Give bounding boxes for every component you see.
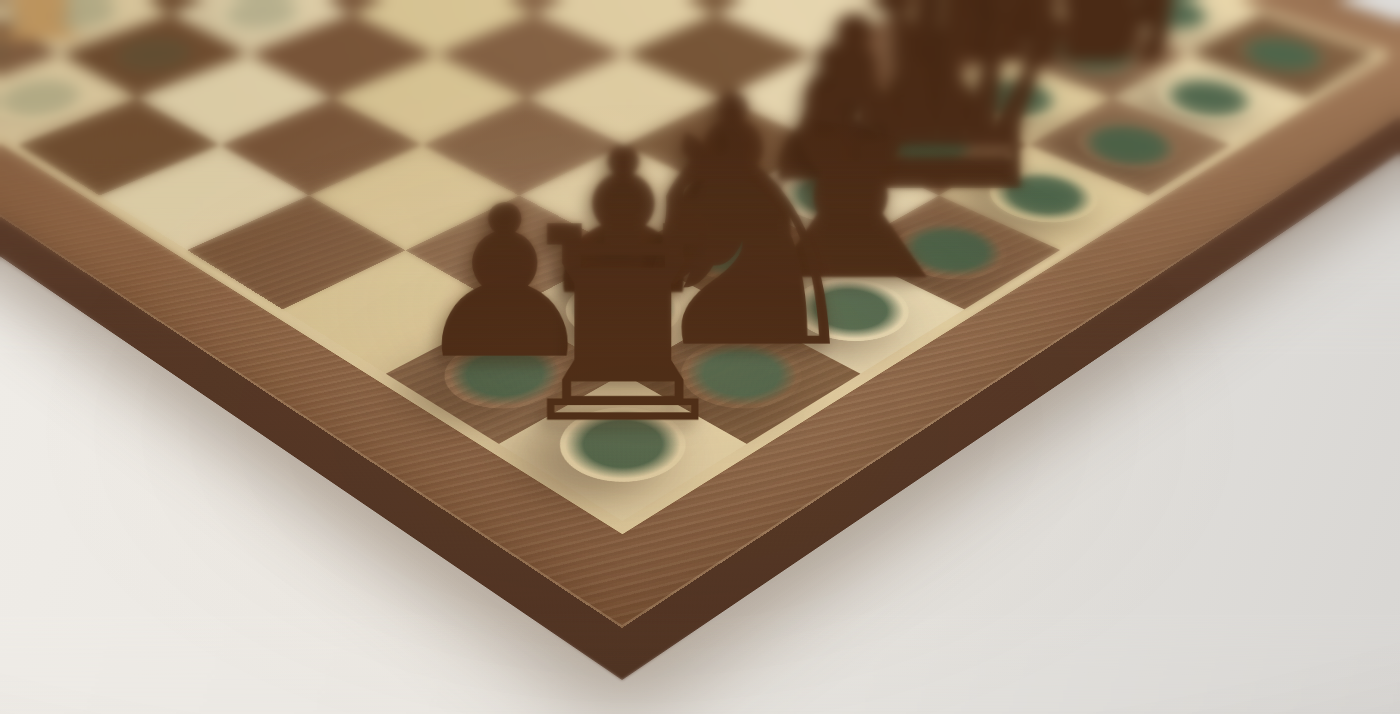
square-d2: ♟ (273, 0, 449, 13)
square-d8: ♛ (842, 195, 1060, 309)
square-b5 (309, 145, 519, 250)
square-a3 (18, 98, 220, 196)
felt-base-pad (534, 393, 712, 498)
felt-base-pad (769, 266, 932, 354)
square-g7: ♟ (1001, 13, 1189, 98)
square-h7: ♟ (1079, 0, 1261, 54)
square-a1: ♜ (0, 13, 60, 98)
square-d6 (624, 98, 826, 196)
felt-base-pad (0, 66, 110, 131)
square-d7: ♟ (729, 145, 939, 250)
board-walnut-frame: ♜♟♟♜♞♟♟♞♝♟♟♝♚♟♟♚♛♟♟♛♝♟♟♝♞♟♟♞♜♟♟♜ (0, 0, 1400, 628)
square-c7: ♟ (624, 195, 842, 309)
square-d4 (437, 13, 625, 98)
felt-base-pad (542, 266, 705, 354)
felt-base-pad (196, 0, 326, 42)
felt-base-pad (855, 111, 1000, 181)
square-f8: ♝ (1028, 98, 1230, 196)
felt-base-pad (122, 0, 248, 2)
square-c3 (248, 13, 436, 98)
square-e7: ♟ (826, 98, 1028, 196)
square-b6 (405, 195, 623, 309)
square-g6 (897, 0, 1079, 54)
square-b3 (137, 54, 332, 145)
square-c8: ♝ (737, 250, 964, 374)
square-a8: ♜ (499, 374, 747, 521)
square-c2: ♟ (170, 0, 352, 54)
felt-base-pad (1215, 25, 1350, 85)
square-c1: ♝ (97, 0, 273, 13)
felt-base-pad (14, 0, 144, 42)
square-b8: ♞ (623, 309, 860, 444)
square-g5 (801, 0, 977, 13)
square-e5 (625, 13, 813, 98)
square-a2: ♟ (0, 54, 137, 145)
square-c6 (519, 145, 729, 250)
square-d3 (352, 0, 534, 54)
square-f5 (716, 0, 898, 54)
board-sheen (0, 0, 1400, 628)
square-b1: ♞ (0, 0, 170, 54)
square-d5 (527, 54, 722, 145)
perspective-scene: ♜♟♟♜♞♟♟♞♝♟♟♝♚♟♟♚♛♟♟♛♝♟♟♝♞♟♟♞♜♟♟♜ (0, 0, 1400, 714)
felt-base-pad (657, 327, 827, 423)
board-maple-inlay: ♜♟♟♜♞♟♟♞♝♟♟♝♚♟♟♚♛♟♟♛♝♟♟♝♞♟♟♞♜♟♟♜ (0, 0, 1392, 534)
square-e8: ♚ (939, 145, 1149, 250)
felt-base-pad (0, 25, 34, 85)
square-f6 (813, 13, 1001, 98)
square-a5 (187, 195, 405, 309)
felt-base-pad (944, 66, 1083, 131)
felt-base-pad (759, 159, 909, 234)
felt-base-pad (1027, 25, 1162, 85)
board-grid: ♜♟♟♜♞♟♟♞♝♟♟♝♚♟♟♚♛♟♟♛♝♟♟♝♞♟♟♞♜♟♟♜ (0, 0, 1377, 521)
square-g8: ♞ (1111, 54, 1306, 145)
square-b2: ♟ (60, 13, 248, 98)
square-c5 (422, 98, 624, 196)
square-a4 (99, 145, 309, 250)
felt-base-pad (1139, 66, 1278, 131)
felt-base-pad (420, 327, 590, 423)
square-b4 (220, 98, 422, 196)
square-b7: ♟ (510, 250, 737, 374)
square-c4 (332, 54, 527, 145)
felt-base-pad (298, 0, 424, 2)
chess-photo-stage: ♜♟♟♜♞♟♟♞♝♟♟♝♚♟♟♚♛♟♟♛♝♟♟♝♞♟♟♞♜♟♟♜ (0, 0, 1400, 714)
felt-base-pad (1105, 0, 1235, 42)
felt-base-pad (87, 25, 222, 85)
square-h6 (977, 0, 1153, 13)
square-f7: ♟ (917, 54, 1112, 145)
board-side-edge (0, 0, 1400, 680)
square-e3 (449, 0, 625, 13)
felt-base-pad (655, 210, 811, 291)
square-h8: ♜ (1189, 13, 1377, 98)
square-a6 (282, 250, 509, 374)
square-e6 (722, 54, 917, 145)
felt-base-pad (968, 159, 1118, 234)
felt-base-pad (873, 210, 1029, 291)
square-f4 (625, 0, 801, 13)
square-a7: ♟ (386, 309, 623, 444)
square-e4 (534, 0, 716, 54)
felt-base-pad (1057, 111, 1202, 181)
